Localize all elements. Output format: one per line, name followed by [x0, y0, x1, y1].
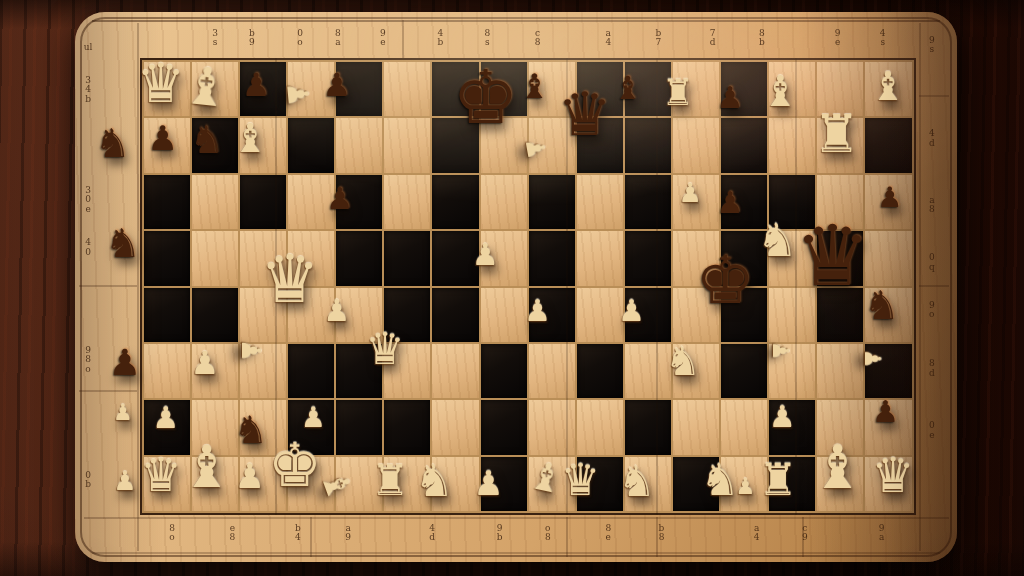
board-square-r3c8[interactable]: [529, 231, 575, 285]
chess-piece-dark-P[interactable]: ♟: [327, 184, 354, 214]
board-square-r1c3[interactable]: [288, 118, 334, 172]
chess-piece-light-Q[interactable]: ♛: [260, 247, 319, 313]
chess-piece-light-N[interactable]: ♞: [700, 459, 739, 503]
board-square-r6c11[interactable]: [673, 400, 719, 454]
top-border-divider: [402, 20, 404, 59]
board-square-r6c12[interactable]: [721, 400, 767, 454]
right-border-divider-2: [919, 285, 949, 287]
board-square-r3c4[interactable]: [336, 231, 382, 285]
border-coordinate-mark: a4: [604, 29, 613, 48]
border-coordinate-mark: 9e: [833, 29, 842, 48]
chess-piece-light-P[interactable]: ♟: [190, 347, 219, 379]
chess-piece-light-P[interactable]: ♟: [524, 296, 551, 326]
chess-piece-dark-P[interactable]: ♟: [877, 184, 902, 212]
board-square-r3c15[interactable]: [865, 231, 911, 285]
chess-piece-dark-N[interactable]: ♞: [234, 411, 268, 449]
chess-piece-light-P[interactable]: ♟: [521, 136, 548, 161]
board-square-r2c0[interactable]: [144, 175, 190, 229]
chess-piece-light-B[interactable]: ♝: [761, 72, 799, 114]
border-coordinate-mark: 8o: [168, 523, 177, 542]
chess-piece-light-P[interactable]: ♟: [736, 476, 756, 498]
chess-piece-light-B[interactable]: ♝: [870, 66, 906, 106]
chess-piece-dark-N[interactable]: ♞: [190, 121, 224, 159]
board-square-r6c8[interactable]: [529, 400, 575, 454]
border-coordinate-mark: 40: [84, 238, 93, 257]
border-coordinate-mark: 4s: [878, 29, 887, 48]
board-square-r5c3[interactable]: [288, 344, 334, 398]
chess-piece-light-P[interactable]: ♟: [472, 240, 499, 270]
border-coordinate-mark: 8d: [927, 359, 936, 378]
board-square-r2c1[interactable]: [192, 175, 238, 229]
border-coordinate-mark: c9: [800, 523, 809, 542]
border-coordinate-mark: b7: [654, 29, 663, 48]
board-square-r3c1[interactable]: [192, 231, 238, 285]
right-border-seam: [919, 23, 921, 551]
board-square-r5c12[interactable]: [721, 344, 767, 398]
border-coordinate-mark: 4d: [428, 523, 437, 542]
chess-piece-light-B[interactable]: ♝: [181, 438, 233, 496]
border-coordinate-mark: 4d: [927, 129, 936, 148]
chess-piece-dark-P[interactable]: ♟: [242, 69, 271, 101]
chess-piece-light-P[interactable]: ♟: [769, 341, 791, 361]
chess-piece-dark-N[interactable]: ♞: [105, 222, 141, 262]
chess-piece-dark-P[interactable]: ♟: [109, 345, 141, 381]
board-square-r2c2[interactable]: [240, 175, 286, 229]
border-coordinate-mark: 8a: [333, 29, 342, 48]
chess-piece-light-P[interactable]: ♟: [301, 404, 326, 432]
board-square-r3c0[interactable]: [144, 231, 190, 285]
border-coordinate-mark: ul: [84, 43, 93, 52]
bottom-border-groove: [84, 517, 949, 519]
chess-piece-light-R[interactable]: ♜: [662, 75, 694, 111]
chess-piece-light-P[interactable]: ♟: [861, 349, 883, 369]
board-square-r5c0[interactable]: [144, 344, 190, 398]
chess-piece-dark-P[interactable]: ♟: [717, 83, 744, 113]
border-coordinate-mark: a4: [752, 523, 761, 542]
board-square-r2c8[interactable]: [529, 175, 575, 229]
border-coordinate-mark: b8: [657, 523, 666, 542]
chess-piece-light-P[interactable]: ♟: [238, 339, 264, 362]
border-coordinate-mark: 8s: [483, 29, 492, 48]
chess-piece-light-P[interactable]: ♟: [679, 181, 702, 207]
board-square-r4c0[interactable]: [144, 288, 190, 342]
bottom-border-divider-1: [310, 517, 312, 557]
border-coordinate-mark: 9o: [927, 300, 936, 319]
chess-piece-light-R[interactable]: ♜: [371, 460, 409, 502]
chess-piece-light-Q[interactable]: ♛: [140, 452, 181, 498]
board-square-r5c7[interactable]: [481, 344, 527, 398]
chess-piece-dark-B[interactable]: ♝: [613, 72, 642, 104]
chess-piece-light-P[interactable]: ♟: [113, 469, 136, 495]
border-coordinate-mark: c8: [533, 29, 542, 48]
border-coordinate-mark: 98o: [84, 346, 93, 374]
board-square-r2c10[interactable]: [625, 175, 671, 229]
chess-piece-dark-P[interactable]: ♟: [872, 397, 899, 427]
chess-piece-light-B[interactable]: ♝: [232, 118, 268, 158]
chess-piece-dark-K[interactable]: ♚: [452, 59, 518, 133]
board-square-r2c9[interactable]: [577, 175, 623, 229]
border-coordinate-mark: 9a: [877, 523, 886, 542]
border-coordinate-mark: b4: [293, 523, 302, 542]
chess-piece-light-Q[interactable]: ♛: [137, 57, 185, 111]
board-square-r3c9[interactable]: [577, 231, 623, 285]
board-square-r2c5[interactable]: [384, 175, 430, 229]
chess-piece-dark-Q[interactable]: ♛: [795, 214, 870, 298]
board-square-r4c6[interactable]: [432, 288, 478, 342]
border-coordinate-mark: 30e: [84, 186, 93, 214]
chess-piece-light-P[interactable]: ♟: [152, 403, 179, 433]
board-square-r3c10[interactable]: [625, 231, 671, 285]
left-border-divider-2: [79, 390, 136, 392]
board-square-r5c9[interactable]: [577, 344, 623, 398]
border-coordinate-mark: 0q: [927, 253, 936, 272]
chess-piece-light-R[interactable]: ♜: [759, 459, 798, 503]
board-square-r1c10[interactable]: [625, 118, 671, 172]
border-coordinate-mark: 7d: [708, 29, 717, 48]
border-coordinate-mark: 34b: [84, 76, 93, 104]
board-square-r4c1[interactable]: [192, 288, 238, 342]
chess-piece-light-Q[interactable]: ♛: [365, 327, 404, 371]
border-coordinate-mark: 0b: [84, 470, 93, 489]
board-square-r5c14[interactable]: [817, 344, 863, 398]
board-square-r2c7[interactable]: [481, 175, 527, 229]
chess-piece-light-N[interactable]: ♞: [665, 340, 701, 380]
board-square-r1c15[interactable]: [865, 118, 911, 172]
board-square-r3c5[interactable]: [384, 231, 430, 285]
chess-piece-light-Q[interactable]: ♛: [561, 459, 600, 503]
board-square-r0c5[interactable]: [384, 62, 430, 116]
chess-piece-light-N[interactable]: ♞: [618, 461, 656, 503]
chess-piece-light-P[interactable]: ♟: [769, 402, 796, 432]
board-square-r1c5[interactable]: [384, 118, 430, 172]
board-square-r1c11[interactable]: [673, 118, 719, 172]
border-coordinate-mark: 0e: [927, 421, 936, 440]
board-square-r6c4[interactable]: [336, 400, 382, 454]
border-coordinate-mark: 4b: [436, 29, 445, 48]
right-border-divider-1: [919, 95, 949, 97]
chess-piece-light-K[interactable]: ♚: [268, 435, 322, 495]
chess-piece-dark-N[interactable]: ♞: [864, 285, 900, 325]
border-coordinate-mark: b9: [247, 29, 256, 48]
chess-piece-dark-P[interactable]: ♟: [323, 69, 352, 101]
border-coordinate-mark: o8: [543, 523, 552, 542]
border-coordinate-mark: 8b: [757, 29, 766, 48]
chess-piece-dark-P[interactable]: ♟: [717, 188, 744, 218]
bottom-border-divider-2: [566, 517, 568, 557]
border-coordinate-mark: e8: [228, 523, 237, 542]
board-square-r5c6[interactable]: [432, 344, 478, 398]
left-border-divider-1: [79, 285, 136, 287]
board-square-r6c10[interactable]: [625, 400, 671, 454]
chess-piece-light-P[interactable]: ♟: [618, 296, 645, 326]
chess-piece-light-P[interactable]: ♟: [113, 402, 133, 424]
chess-piece-light-B[interactable]: ♝: [811, 438, 865, 498]
board-square-r1c12[interactable]: [721, 118, 767, 172]
chess-piece-light-N[interactable]: ♞: [414, 459, 453, 503]
border-coordinate-mark: 8e: [604, 523, 613, 542]
chess-piece-dark-P[interactable]: ♟: [148, 121, 178, 155]
top-border-groove: [92, 20, 939, 22]
chess-piece-dark-N[interactable]: ♞: [95, 123, 131, 163]
border-coordinate-mark: a9: [344, 523, 353, 542]
board-square-r6c6[interactable]: [432, 400, 478, 454]
board-square-r5c10[interactable]: [625, 344, 671, 398]
chess-piece-light-Q[interactable]: ♛: [871, 451, 914, 499]
scene: 3sb90o8a9e4b8sc8a4b77d8b9e4s8oe8b4a94d9b…: [0, 0, 1024, 576]
board-square-r4c9[interactable]: [577, 288, 623, 342]
border-coordinate-mark: 9b: [495, 523, 504, 542]
board-square-r6c9[interactable]: [577, 400, 623, 454]
board-square-r5c8[interactable]: [529, 344, 575, 398]
board-square-r1c4[interactable]: [336, 118, 382, 172]
chess-piece-dark-B[interactable]: ♝: [519, 69, 549, 103]
border-coordinate-mark: 9s: [927, 35, 936, 54]
board-square-r1c13[interactable]: [769, 118, 815, 172]
board-square-r6c5[interactable]: [384, 400, 430, 454]
border-coordinate-mark: a8: [927, 196, 936, 215]
chess-piece-light-P[interactable]: ♟: [282, 81, 312, 108]
chess-piece-dark-K[interactable]: ♚: [695, 248, 754, 314]
board-square-r2c6[interactable]: [432, 175, 478, 229]
bottom-edge-groove: [92, 552, 939, 554]
board-square-r4c7[interactable]: [481, 288, 527, 342]
chess-piece-light-B[interactable]: ♝: [180, 58, 232, 115]
border-coordinate-mark: 9e: [378, 29, 387, 48]
chess-piece-light-R[interactable]: ♜: [813, 108, 860, 160]
chess-piece-dark-Q[interactable]: ♛: [558, 84, 612, 144]
chess-piece-light-P[interactable]: ♟: [473, 466, 503, 500]
chess-piece-light-N[interactable]: ♞: [757, 217, 798, 263]
border-coordinate-mark: 3s: [211, 29, 220, 48]
chess-piece-light-P[interactable]: ♟: [235, 459, 265, 493]
border-coordinate-mark: 0o: [296, 29, 305, 48]
chess-piece-light-P[interactable]: ♟: [323, 296, 350, 326]
board-square-r6c7[interactable]: [481, 400, 527, 454]
